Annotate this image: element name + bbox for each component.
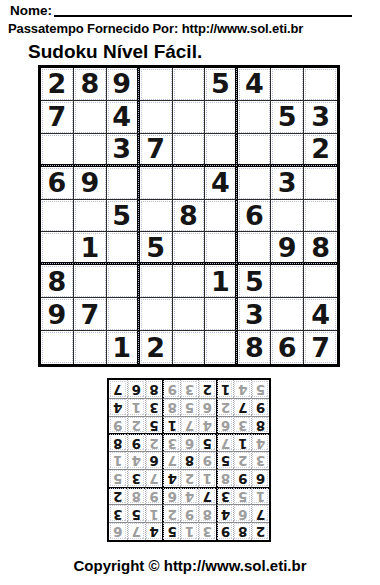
- solution-cell-r8c8: 1: [127, 398, 145, 416]
- solution-cell-r4c9: 5: [109, 469, 127, 487]
- puzzle-cell-r2c9: 3: [304, 101, 337, 134]
- puzzle-cell-r9c3: 1: [107, 331, 140, 364]
- puzzle-cell-r6c3[interactable]: [107, 232, 140, 265]
- solution-cell-r3c1: 1: [251, 487, 269, 505]
- solution-cell-r1c2: 8: [233, 522, 251, 540]
- solution-cell-r2c4: 8: [198, 504, 216, 522]
- solution-cell-r7c1: 8: [251, 416, 269, 434]
- solution-cell-r9c6: 9: [162, 380, 180, 398]
- solution-cell-r9c3: 1: [216, 380, 234, 398]
- puzzle-cell-r4c3[interactable]: [107, 167, 140, 200]
- puzzle-cell-r6c7[interactable]: [238, 232, 271, 265]
- solution-cell-r2c2: 6: [233, 504, 251, 522]
- puzzle-cell-r9c2[interactable]: [74, 331, 107, 364]
- puzzle-cell-r4c8: 3: [271, 167, 304, 200]
- solution-cell-r5c3: 5: [216, 451, 234, 469]
- solution-cell-r7c8: 2: [127, 416, 145, 434]
- puzzle-cell-r3c1[interactable]: [41, 134, 74, 167]
- solution-cell-r3c2: 5: [233, 487, 251, 505]
- solution-cell-r6c3: 7: [216, 433, 234, 451]
- puzzle-cell-r7c6: 1: [205, 265, 238, 298]
- puzzle-cell-r3c3: 3: [107, 134, 140, 167]
- solution-cell-r4c2: 9: [233, 469, 251, 487]
- solution-cell-r4c6: 4: [162, 469, 180, 487]
- solution-cell-r2c3: 4: [216, 504, 234, 522]
- solution-cell-r6c1: 4: [251, 433, 269, 451]
- puzzle-cell-r6c1[interactable]: [41, 232, 74, 265]
- puzzle-cell-r4c9[interactable]: [304, 167, 337, 200]
- solution-cell-r9c9: 7: [109, 380, 127, 398]
- solution-cell-r1c6: 5: [162, 522, 180, 540]
- puzzle-cell-r5c4[interactable]: [140, 200, 173, 233]
- puzzle-cell-r5c9[interactable]: [304, 200, 337, 233]
- puzzle-cell-r7c3[interactable]: [107, 265, 140, 298]
- solution-cell-r3c4: 7: [198, 487, 216, 505]
- solution-cell-r3c7: 9: [145, 487, 163, 505]
- solution-cell-r1c7: 4: [145, 522, 163, 540]
- puzzle-cell-r2c3: 4: [107, 101, 140, 134]
- solution-cell-r2c5: 9: [180, 504, 198, 522]
- puzzle-cell-r9c5[interactable]: [173, 331, 206, 364]
- solution-cell-r8c7: 3: [145, 398, 163, 416]
- puzzle-cell-r1c7: 4: [238, 68, 271, 101]
- puzzle-cell-r2c6[interactable]: [205, 101, 238, 134]
- puzzle-cell-r1c6: 5: [205, 68, 238, 101]
- puzzle-cell-r9c1[interactable]: [41, 331, 74, 364]
- solution-cell-r5c7: 6: [145, 451, 163, 469]
- solution-cell-r1c8: 7: [127, 522, 145, 540]
- puzzle-cell-r7c8[interactable]: [271, 265, 304, 298]
- solution-cell-r9c7: 8: [145, 380, 163, 398]
- puzzle-cell-r1c2: 8: [74, 68, 107, 101]
- puzzle-cell-r9c7: 8: [238, 331, 271, 364]
- puzzle-cell-r4c7[interactable]: [238, 167, 271, 200]
- solution-cell-r7c5: 7: [180, 416, 198, 434]
- puzzle-cell-r4c1: 6: [41, 167, 74, 200]
- solution-cell-r5c6: 7: [162, 451, 180, 469]
- solution-cell-r1c1: 2: [251, 522, 269, 540]
- solution-cell-r7c3: 6: [216, 416, 234, 434]
- puzzle-cell-r3c4: 7: [140, 134, 173, 167]
- solution-cell-r6c6: 3: [162, 433, 180, 451]
- puzzle-cell-r3c8[interactable]: [271, 134, 304, 167]
- puzzle-cell-r9c4: 2: [140, 331, 173, 364]
- puzzle-cell-r8c9: 4: [304, 298, 337, 331]
- solution-cell-r8c4: 6: [198, 398, 216, 416]
- puzzle-cell-r3c7[interactable]: [238, 134, 271, 167]
- puzzle-cell-r4c6: 4: [205, 167, 238, 200]
- puzzle-cell-r8c3[interactable]: [107, 298, 140, 331]
- puzzle-cell-r8c4[interactable]: [140, 298, 173, 331]
- solution-cell-r2c7: 1: [145, 504, 163, 522]
- puzzle-cell-r2c2[interactable]: [74, 101, 107, 134]
- solution-cell-r6c2: 1: [233, 433, 251, 451]
- puzzle-cell-r7c5[interactable]: [173, 265, 206, 298]
- puzzle-cell-r5c5: 8: [173, 200, 206, 233]
- puzzle-cell-r9c6[interactable]: [205, 331, 238, 364]
- puzzle-cell-r7c4[interactable]: [140, 265, 173, 298]
- puzzle-cell-r5c6[interactable]: [205, 200, 238, 233]
- solution-cell-r8c1: 9: [251, 398, 269, 416]
- puzzle-cell-r4c5[interactable]: [173, 167, 206, 200]
- solution-cell-r6c5: 6: [180, 433, 198, 451]
- puzzle-cell-r5c1[interactable]: [41, 200, 74, 233]
- puzzle-cell-r2c7[interactable]: [238, 101, 271, 134]
- copyright-line: Copyright © http://www.sol.eti.br: [0, 557, 380, 574]
- provider-line: Passatempo Fornecido Por: http://www.sol…: [8, 21, 372, 36]
- puzzle-cell-r6c8: 9: [271, 232, 304, 265]
- solution-cell-r9c2: 4: [233, 380, 251, 398]
- puzzle-cell-r8c5[interactable]: [173, 298, 206, 331]
- puzzle-cell-r8c6[interactable]: [205, 298, 238, 331]
- solution-cell-r4c3: 8: [216, 469, 234, 487]
- puzzle-cell-r2c8: 5: [271, 101, 304, 134]
- puzzle-cell-r6c6[interactable]: [205, 232, 238, 265]
- name-label: Nome:: [10, 3, 52, 18]
- solution-cell-r6c4: 5: [198, 433, 216, 451]
- puzzle-cell-r2c1: 7: [41, 101, 74, 134]
- solution-cell-r2c8: 5: [127, 504, 145, 522]
- solution-cell-r4c7: 7: [145, 469, 163, 487]
- solution-cell-r8c6: 8: [162, 398, 180, 416]
- puzzle-cell-r8c1: 9: [41, 298, 74, 331]
- solution-cell-r9c5: 3: [180, 380, 198, 398]
- puzzle-cell-r8c7: 3: [238, 298, 271, 331]
- solution-cell-r8c2: 7: [233, 398, 251, 416]
- solution-cell-r2c6: 2: [162, 504, 180, 522]
- puzzle-cell-r3c9: 2: [304, 134, 337, 167]
- solution-cell-r7c9: 9: [109, 416, 127, 434]
- solution-cell-r1c4: 3: [198, 522, 216, 540]
- solution-cell-r9c8: 6: [127, 380, 145, 398]
- solution-cell-r7c4: 4: [198, 416, 216, 434]
- puzzle-cell-r1c8[interactable]: [271, 68, 304, 101]
- solution-cell-r5c1: 3: [251, 451, 269, 469]
- solution-cell-r6c8: 9: [127, 433, 145, 451]
- solution-cell-r4c1: 6: [251, 469, 269, 487]
- puzzle-cell-r1c3: 9: [107, 68, 140, 101]
- name-input-line[interactable]: [54, 15, 352, 17]
- puzzle-cell-r3c6[interactable]: [205, 134, 238, 167]
- solution-cell-r7c6: 1: [162, 416, 180, 434]
- solution-cell-r8c5: 5: [180, 398, 198, 416]
- solution-cell-r6c7: 2: [145, 433, 163, 451]
- puzzle-cell-r2c5[interactable]: [173, 101, 206, 134]
- puzzle-cell-r7c7: 5: [238, 265, 271, 298]
- solution-cell-r3c9: 2: [109, 487, 127, 505]
- solution-cell-r6c9: 8: [109, 433, 127, 451]
- puzzle-cell-r6c2: 1: [74, 232, 107, 265]
- solution-cell-r9c4: 2: [198, 380, 216, 398]
- worksheet-page: Nome: Passatempo Fornecido Por: http://w…: [0, 0, 380, 585]
- name-row: Nome:: [10, 3, 352, 18]
- solution-cell-r3c8: 8: [127, 487, 145, 505]
- puzzle-cell-r1c9[interactable]: [304, 68, 337, 101]
- solution-cell-r2c9: 3: [109, 504, 127, 522]
- solution-cell-r8c3: 2: [216, 398, 234, 416]
- solution-cell-r7c7: 5: [145, 416, 163, 434]
- solution-grid-rotated: 2893154767648921531537469826981247353259…: [107, 378, 271, 542]
- solution-cell-r3c5: 4: [180, 487, 198, 505]
- solution-cell-r5c2: 2: [233, 451, 251, 469]
- puzzle-cell-r5c3: 5: [107, 200, 140, 233]
- puzzle-cell-r5c7: 6: [238, 200, 271, 233]
- puzzle-cell-r1c4[interactable]: [140, 68, 173, 101]
- solution-cell-r3c3: 3: [216, 487, 234, 505]
- puzzle-cell-r5c2[interactable]: [74, 200, 107, 233]
- solution-cell-r1c9: 6: [109, 522, 127, 540]
- puzzle-cell-r9c9: 7: [304, 331, 337, 364]
- solution-cell-r4c8: 3: [127, 469, 145, 487]
- puzzle-cell-r2c4[interactable]: [140, 101, 173, 134]
- solution-cell-r9c1: 5: [251, 380, 269, 398]
- solution-cell-r5c8: 4: [127, 451, 145, 469]
- puzzle-cell-r6c9: 8: [304, 232, 337, 265]
- puzzle-cell-r7c2[interactable]: [74, 265, 107, 298]
- puzzle-cell-r6c4: 5: [140, 232, 173, 265]
- puzzle-cell-r9c8: 6: [271, 331, 304, 364]
- sudoku-grid: 28954745337269435861598815973412867: [38, 65, 340, 367]
- puzzle-cell-r5c8[interactable]: [271, 200, 304, 233]
- solution-cell-r4c4: 1: [198, 469, 216, 487]
- solution-cell-r5c9: 1: [109, 451, 127, 469]
- solution-cell-r5c5: 8: [180, 451, 198, 469]
- solution-cell-r5c4: 9: [198, 451, 216, 469]
- solution-cell-r1c3: 9: [216, 522, 234, 540]
- solution-cell-r2c1: 7: [251, 504, 269, 522]
- puzzle-cell-r7c1: 8: [41, 265, 74, 298]
- solution-cell-r8c9: 4: [109, 398, 127, 416]
- solution-cell-r1c5: 1: [180, 522, 198, 540]
- puzzle-cell-r1c5[interactable]: [173, 68, 206, 101]
- puzzle-cell-r3c5[interactable]: [173, 134, 206, 167]
- page-title: Sudoku Nível Fácil.: [28, 41, 202, 63]
- puzzle-cell-r4c4[interactable]: [140, 167, 173, 200]
- puzzle-cell-r8c8[interactable]: [271, 298, 304, 331]
- solution-cell-r3c6: 6: [162, 487, 180, 505]
- puzzle-cell-r4c2: 9: [74, 167, 107, 200]
- solution-cell-r4c5: 2: [180, 469, 198, 487]
- puzzle-cell-r7c9[interactable]: [304, 265, 337, 298]
- puzzle-cell-r3c2[interactable]: [74, 134, 107, 167]
- puzzle-cell-r6c5[interactable]: [173, 232, 206, 265]
- puzzle-cell-r8c2: 7: [74, 298, 107, 331]
- puzzle-cell-r1c1: 2: [41, 68, 74, 101]
- solution-cell-r7c2: 3: [233, 416, 251, 434]
